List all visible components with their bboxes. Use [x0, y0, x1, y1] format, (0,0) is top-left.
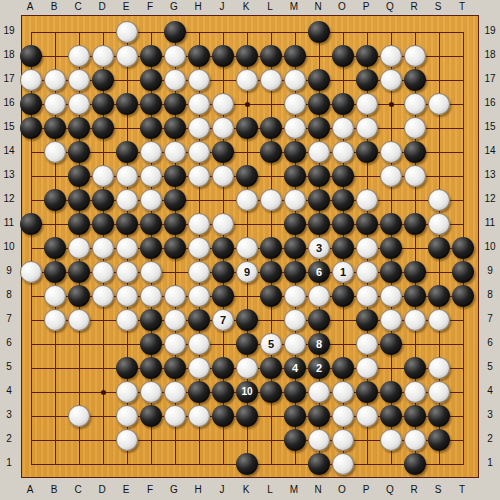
black-stone-O18[interactable]: [332, 45, 354, 67]
black-stone-F11[interactable]: [140, 213, 162, 235]
black-stone-H18[interactable]: [188, 45, 210, 67]
white-stone-B16[interactable]: [44, 93, 66, 115]
black-stone-L10[interactable]: [260, 237, 282, 259]
black-stone-R8[interactable]: [404, 285, 426, 307]
black-stone-E14[interactable]: [116, 141, 138, 163]
white-stone-H11[interactable]: [188, 213, 210, 235]
black-stone-Q6[interactable]: [380, 333, 402, 355]
white-stone-C16[interactable]: [68, 93, 90, 115]
black-stone-F18[interactable]: [140, 45, 162, 67]
white-stone-F8[interactable]: [140, 285, 162, 307]
white-stone-G14[interactable]: [164, 141, 186, 163]
white-stone-M7[interactable]: [284, 309, 306, 331]
row-label: 16: [0, 91, 18, 115]
column-label: S: [426, 1, 450, 12]
white-stone-M15[interactable]: [284, 117, 306, 139]
white-stone-S16[interactable]: [428, 93, 450, 115]
black-stone-D17[interactable]: [92, 69, 114, 91]
black-stone-R11[interactable]: [404, 213, 426, 235]
black-stone-D11[interactable]: [92, 213, 114, 235]
white-stone-R16[interactable]: [404, 93, 426, 115]
row-label: 17: [0, 67, 18, 91]
white-stone-P3[interactable]: [356, 405, 378, 427]
black-stone-J14[interactable]: [212, 141, 234, 163]
star-point: [245, 102, 250, 107]
row-label: 17: [481, 67, 499, 91]
white-stone-F4[interactable]: [140, 381, 162, 403]
white-stone-C17[interactable]: [68, 69, 90, 91]
white-stone-P10[interactable]: [356, 237, 378, 259]
black-stone-N16[interactable]: [308, 93, 330, 115]
black-stone-G12[interactable]: [164, 189, 186, 211]
black-stone-B10[interactable]: [44, 237, 66, 259]
black-stone-S3[interactable]: [428, 405, 450, 427]
white-stone-A17[interactable]: [20, 69, 42, 91]
white-stone-Q17[interactable]: [380, 69, 402, 91]
white-stone-F12[interactable]: [140, 189, 162, 211]
white-stone-E10[interactable]: [116, 237, 138, 259]
white-stone-B8[interactable]: [44, 285, 66, 307]
white-stone-H16[interactable]: [188, 93, 210, 115]
black-stone-G5[interactable]: [164, 357, 186, 379]
row-label: 3: [0, 403, 18, 427]
white-stone-R15[interactable]: [404, 117, 426, 139]
white-stone-H14[interactable]: [188, 141, 210, 163]
white-stone-Q14[interactable]: [380, 141, 402, 163]
black-stone-K3[interactable]: [236, 405, 258, 427]
white-stone-Q13[interactable]: [380, 165, 402, 187]
white-stone-H8[interactable]: [188, 285, 210, 307]
black-stone-L5[interactable]: [260, 357, 282, 379]
white-stone-G4[interactable]: [164, 381, 186, 403]
move-number-label: 6: [316, 267, 322, 278]
black-stone-P7[interactable]: [356, 309, 378, 331]
black-stone-N13[interactable]: [308, 165, 330, 187]
column-label: F: [138, 484, 162, 495]
black-stone-L14[interactable]: [260, 141, 282, 163]
black-stone-R14[interactable]: [404, 141, 426, 163]
black-stone-K15[interactable]: [236, 117, 258, 139]
column-labels-top: ABCDEFGHJKLMNOPQRST: [18, 1, 482, 15]
white-stone-P16[interactable]: [356, 93, 378, 115]
white-stone-R7[interactable]: [404, 309, 426, 331]
black-stone-P4[interactable]: [356, 381, 378, 403]
white-stone-G17[interactable]: [164, 69, 186, 91]
white-stone-F9[interactable]: [140, 261, 162, 283]
black-stone-E5[interactable]: [116, 357, 138, 379]
black-stone-K13[interactable]: [236, 165, 258, 187]
black-stone-N3[interactable]: [308, 405, 330, 427]
black-stone-G15[interactable]: [164, 117, 186, 139]
white-stone-H6[interactable]: [188, 333, 210, 355]
black-stone-H4[interactable]: [188, 381, 210, 403]
white-stone-J11[interactable]: [212, 213, 234, 235]
white-stone-B14[interactable]: [44, 141, 66, 163]
white-stone-Q8[interactable]: [380, 285, 402, 307]
white-stone-O3[interactable]: [332, 405, 354, 427]
white-stone-O2[interactable]: [332, 429, 354, 451]
black-stone-O11[interactable]: [332, 213, 354, 235]
black-stone-F7[interactable]: [140, 309, 162, 331]
white-stone-D13[interactable]: [92, 165, 114, 187]
black-stone-C8[interactable]: [68, 285, 90, 307]
black-stone-P18[interactable]: [356, 45, 378, 67]
white-stone-L17[interactable]: [260, 69, 282, 91]
star-point: [389, 102, 394, 107]
black-stone-G11[interactable]: [164, 213, 186, 235]
column-label: T: [450, 484, 474, 495]
black-stone-Q9[interactable]: [380, 261, 402, 283]
white-stone-E4[interactable]: [116, 381, 138, 403]
black-stone-M5[interactable]: 4: [284, 357, 306, 379]
black-stone-J18[interactable]: [212, 45, 234, 67]
white-stone-D9[interactable]: [92, 261, 114, 283]
white-stone-S7[interactable]: [428, 309, 450, 331]
column-label: G: [162, 1, 186, 12]
black-stone-M11[interactable]: [284, 213, 306, 235]
white-stone-H9[interactable]: [188, 261, 210, 283]
black-stone-N15[interactable]: [308, 117, 330, 139]
white-stone-E3[interactable]: [116, 405, 138, 427]
black-stone-C13[interactable]: [68, 165, 90, 187]
white-stone-D8[interactable]: [92, 285, 114, 307]
black-stone-D15[interactable]: [92, 117, 114, 139]
white-stone-H3[interactable]: [188, 405, 210, 427]
black-stone-G10[interactable]: [164, 237, 186, 259]
white-stone-E19[interactable]: [116, 21, 138, 43]
black-stone-J3[interactable]: [212, 405, 234, 427]
row-label: 10: [0, 235, 18, 259]
row-label: 9: [0, 259, 18, 283]
column-label: C: [66, 1, 90, 12]
white-stone-S5[interactable]: [428, 357, 450, 379]
white-stone-M12[interactable]: [284, 189, 306, 211]
white-stone-O1[interactable]: [332, 453, 354, 475]
black-stone-L9[interactable]: [260, 261, 282, 283]
black-stone-T10[interactable]: [452, 237, 474, 259]
white-stone-P5[interactable]: [356, 357, 378, 379]
white-stone-O4[interactable]: [332, 381, 354, 403]
white-stone-R4[interactable]: [404, 381, 426, 403]
black-stone-C9[interactable]: [68, 261, 90, 283]
black-stone-G19[interactable]: [164, 21, 186, 43]
black-stone-R3[interactable]: [404, 405, 426, 427]
column-label: K: [234, 484, 258, 495]
column-label: T: [450, 1, 474, 12]
black-stone-J10[interactable]: [212, 237, 234, 259]
column-label: L: [258, 484, 282, 495]
white-stone-M6[interactable]: [284, 333, 306, 355]
row-label: 2: [0, 427, 18, 451]
row-label: 4: [0, 379, 18, 403]
column-label: F: [138, 1, 162, 12]
white-stone-N4[interactable]: [308, 381, 330, 403]
black-stone-N6[interactable]: 8: [308, 333, 330, 355]
black-stone-N11[interactable]: [308, 213, 330, 235]
white-stone-E13[interactable]: [116, 165, 138, 187]
black-stone-N1[interactable]: [308, 453, 330, 475]
black-stone-B9[interactable]: [44, 261, 66, 283]
row-label: 4: [481, 379, 499, 403]
row-label: 19: [481, 19, 499, 43]
black-stone-F15[interactable]: [140, 117, 162, 139]
black-stone-N5[interactable]: 2: [308, 357, 330, 379]
black-stone-D16[interactable]: [92, 93, 114, 115]
black-stone-H7[interactable]: [188, 309, 210, 331]
white-stone-J16[interactable]: [212, 93, 234, 115]
white-stone-C18[interactable]: [68, 45, 90, 67]
white-stone-E18[interactable]: [116, 45, 138, 67]
black-stone-A16[interactable]: [20, 93, 42, 115]
column-label: A: [18, 1, 42, 12]
black-stone-M13[interactable]: [284, 165, 306, 187]
black-stone-F17[interactable]: [140, 69, 162, 91]
black-stone-F3[interactable]: [140, 405, 162, 427]
white-stone-Q7[interactable]: [380, 309, 402, 331]
black-stone-L18[interactable]: [260, 45, 282, 67]
black-stone-P17[interactable]: [356, 69, 378, 91]
row-label: 9: [481, 259, 499, 283]
white-stone-O14[interactable]: [332, 141, 354, 163]
white-stone-K9[interactable]: 9: [236, 261, 258, 283]
white-stone-O9[interactable]: 1: [332, 261, 354, 283]
black-stone-M18[interactable]: [284, 45, 306, 67]
row-label: 15: [0, 115, 18, 139]
black-stone-N12[interactable]: [308, 189, 330, 211]
black-stone-F6[interactable]: [140, 333, 162, 355]
white-stone-H10[interactable]: [188, 237, 210, 259]
white-stone-C7[interactable]: [68, 309, 90, 331]
white-stone-H13[interactable]: [188, 165, 210, 187]
white-stone-N8[interactable]: [308, 285, 330, 307]
black-stone-M9[interactable]: [284, 261, 306, 283]
white-stone-R18[interactable]: [404, 45, 426, 67]
black-stone-N9[interactable]: 6: [308, 261, 330, 283]
white-stone-R2[interactable]: [404, 429, 426, 451]
white-stone-M16[interactable]: [284, 93, 306, 115]
move-number-label: 1: [340, 267, 346, 278]
black-stone-M10[interactable]: [284, 237, 306, 259]
column-label: J: [210, 1, 234, 12]
white-stone-G6[interactable]: [164, 333, 186, 355]
white-stone-J7[interactable]: 7: [212, 309, 234, 331]
black-stone-N7[interactable]: [308, 309, 330, 331]
black-stone-F16[interactable]: [140, 93, 162, 115]
black-stone-R17[interactable]: [404, 69, 426, 91]
black-stone-O13[interactable]: [332, 165, 354, 187]
row-label: 14: [481, 139, 499, 163]
move-number-label: 9: [244, 267, 250, 278]
white-stone-K10[interactable]: [236, 237, 258, 259]
row-label: 8: [481, 283, 499, 307]
move-number-label: 10: [241, 387, 252, 397]
move-number-label: 5: [268, 339, 274, 350]
black-stone-Q11[interactable]: [380, 213, 402, 235]
white-stone-J15[interactable]: [212, 117, 234, 139]
white-stone-B7[interactable]: [44, 309, 66, 331]
black-stone-B12[interactable]: [44, 189, 66, 211]
white-stone-P9[interactable]: [356, 261, 378, 283]
black-stone-K6[interactable]: [236, 333, 258, 355]
white-stone-E7[interactable]: [116, 309, 138, 331]
black-stone-A18[interactable]: [20, 45, 42, 67]
black-stone-B15[interactable]: [44, 117, 66, 139]
white-stone-P6[interactable]: [356, 333, 378, 355]
star-point: [101, 390, 106, 395]
row-label: 15: [481, 115, 499, 139]
black-stone-O8[interactable]: [332, 285, 354, 307]
black-stone-T9[interactable]: [452, 261, 474, 283]
white-stone-R13[interactable]: [404, 165, 426, 187]
black-stone-J4[interactable]: [212, 381, 234, 403]
black-stone-R1[interactable]: [404, 453, 426, 475]
black-stone-F5[interactable]: [140, 357, 162, 379]
row-label: 16: [481, 91, 499, 115]
black-stone-M14[interactable]: [284, 141, 306, 163]
black-stone-O10[interactable]: [332, 237, 354, 259]
white-stone-F13[interactable]: [140, 165, 162, 187]
black-stone-C15[interactable]: [68, 117, 90, 139]
row-label: 11: [0, 211, 18, 235]
row-labels-right: 19181716151413121110987654321: [481, 19, 499, 475]
row-label: 1: [0, 451, 18, 475]
black-stone-A11[interactable]: [20, 213, 42, 235]
black-stone-M2[interactable]: [284, 429, 306, 451]
black-stone-O5[interactable]: [332, 357, 354, 379]
column-label: M: [282, 484, 306, 495]
black-stone-C11[interactable]: [68, 213, 90, 235]
column-label: O: [330, 1, 354, 12]
black-stone-E11[interactable]: [116, 213, 138, 235]
white-stone-N2[interactable]: [308, 429, 330, 451]
white-stone-E2[interactable]: [116, 429, 138, 451]
black-stone-M4[interactable]: [284, 381, 306, 403]
black-stone-L15[interactable]: [260, 117, 282, 139]
white-stone-D10[interactable]: [92, 237, 114, 259]
column-label: N: [306, 484, 330, 495]
column-label: B: [42, 484, 66, 495]
black-stone-J8[interactable]: [212, 285, 234, 307]
black-stone-M3[interactable]: [284, 405, 306, 427]
black-stone-K7[interactable]: [236, 309, 258, 331]
black-stone-G16[interactable]: [164, 93, 186, 115]
white-stone-F14[interactable]: [140, 141, 162, 163]
white-stone-E8[interactable]: [116, 285, 138, 307]
row-label: 6: [0, 331, 18, 355]
black-stone-P11[interactable]: [356, 213, 378, 235]
white-stone-K12[interactable]: [236, 189, 258, 211]
black-stone-Q4[interactable]: [380, 381, 402, 403]
black-stone-D12[interactable]: [92, 189, 114, 211]
black-stone-R9[interactable]: [404, 261, 426, 283]
black-stone-K1[interactable]: [236, 453, 258, 475]
white-stone-L12[interactable]: [260, 189, 282, 211]
go-app-window: ABCDEFGHJKLMNOPQRST ABCDEFGHJKLMNOPQRST …: [0, 0, 500, 500]
column-label: Q: [378, 1, 402, 12]
white-stone-Q2[interactable]: [380, 429, 402, 451]
black-stone-A15[interactable]: [20, 117, 42, 139]
white-stone-G8[interactable]: [164, 285, 186, 307]
white-stone-O15[interactable]: [332, 117, 354, 139]
black-stone-Q3[interactable]: [380, 405, 402, 427]
row-label: 2: [481, 427, 499, 451]
white-stone-L6[interactable]: 5: [260, 333, 282, 355]
white-stone-H15[interactable]: [188, 117, 210, 139]
white-stone-G3[interactable]: [164, 405, 186, 427]
black-stone-N17[interactable]: [308, 69, 330, 91]
white-stone-J13[interactable]: [212, 165, 234, 187]
black-stone-Q10[interactable]: [380, 237, 402, 259]
row-label: 19: [0, 19, 18, 43]
black-stone-L8[interactable]: [260, 285, 282, 307]
white-stone-N10[interactable]: 3: [308, 237, 330, 259]
white-stone-K5[interactable]: [236, 357, 258, 379]
column-label: E: [114, 1, 138, 12]
white-stone-S4[interactable]: [428, 381, 450, 403]
black-stone-J9[interactable]: [212, 261, 234, 283]
white-stone-P8[interactable]: [356, 285, 378, 307]
black-stone-S2[interactable]: [428, 429, 450, 451]
column-label: D: [90, 1, 114, 12]
column-label: D: [90, 484, 114, 495]
white-stone-M8[interactable]: [284, 285, 306, 307]
black-stone-C14[interactable]: [68, 141, 90, 163]
row-label: 5: [481, 355, 499, 379]
white-stone-P15[interactable]: [356, 117, 378, 139]
row-label: 6: [481, 331, 499, 355]
white-stone-S11[interactable]: [428, 213, 450, 235]
white-stone-E12[interactable]: [116, 189, 138, 211]
black-stone-E16[interactable]: [116, 93, 138, 115]
white-stone-B17[interactable]: [44, 69, 66, 91]
white-stone-E9[interactable]: [116, 261, 138, 283]
white-stone-D18[interactable]: [92, 45, 114, 67]
black-stone-N19[interactable]: [308, 21, 330, 43]
white-stone-H17[interactable]: [188, 69, 210, 91]
black-stone-K4[interactable]: 10: [236, 381, 258, 403]
black-stone-C12[interactable]: [68, 189, 90, 211]
white-stone-C10[interactable]: [68, 237, 90, 259]
black-stone-S8[interactable]: [428, 285, 450, 307]
black-stone-F10[interactable]: [140, 237, 162, 259]
white-stone-P12[interactable]: [356, 189, 378, 211]
white-stone-Q18[interactable]: [380, 45, 402, 67]
white-stone-H5[interactable]: [188, 357, 210, 379]
black-stone-K18[interactable]: [236, 45, 258, 67]
white-stone-G18[interactable]: [164, 45, 186, 67]
white-stone-A9[interactable]: [20, 261, 42, 283]
white-stone-M17[interactable]: [284, 69, 306, 91]
black-stone-L4[interactable]: [260, 381, 282, 403]
black-stone-O12[interactable]: [332, 189, 354, 211]
go-board[interactable]: 39617584210: [21, 15, 479, 478]
black-stone-R5[interactable]: [404, 357, 426, 379]
white-stone-N14[interactable]: [308, 141, 330, 163]
black-stone-O16[interactable]: [332, 93, 354, 115]
black-stone-G13[interactable]: [164, 165, 186, 187]
white-stone-G7[interactable]: [164, 309, 186, 331]
white-stone-K17[interactable]: [236, 69, 258, 91]
black-stone-P14[interactable]: [356, 141, 378, 163]
black-stone-T8[interactable]: [452, 285, 474, 307]
black-stone-J5[interactable]: [212, 357, 234, 379]
move-number-label: 2: [316, 363, 322, 374]
white-stone-S12[interactable]: [428, 189, 450, 211]
black-stone-S10[interactable]: [428, 237, 450, 259]
white-stone-C3[interactable]: [68, 405, 90, 427]
column-label: P: [354, 484, 378, 495]
row-label: 10: [481, 235, 499, 259]
